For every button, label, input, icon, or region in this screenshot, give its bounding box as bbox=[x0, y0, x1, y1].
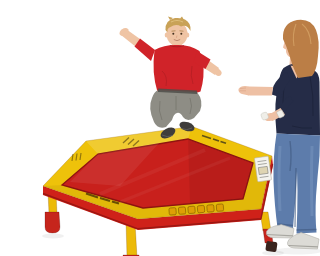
trampoline bbox=[43, 127, 278, 256]
embossed-letter bbox=[216, 204, 224, 212]
woman-upper-forearm bbox=[245, 87, 273, 96]
shadow-left-leg bbox=[42, 234, 64, 239]
boy bbox=[118, 17, 223, 141]
embossed-letter bbox=[178, 207, 186, 215]
boy-shirt bbox=[154, 45, 204, 96]
embossed-letter bbox=[207, 205, 215, 213]
trampoline-left-foot-cap bbox=[45, 212, 60, 233]
product-photo bbox=[40, 16, 320, 256]
boy-right-eye bbox=[180, 33, 182, 35]
warning-label bbox=[254, 156, 271, 182]
warning-label-figure bbox=[258, 166, 268, 174]
embossed-letter bbox=[169, 208, 177, 216]
trampoline-right-foot-cap bbox=[265, 241, 277, 252]
embossed-letter bbox=[197, 205, 205, 213]
embossed-letter bbox=[188, 206, 196, 214]
boy-left-eye bbox=[172, 33, 174, 35]
